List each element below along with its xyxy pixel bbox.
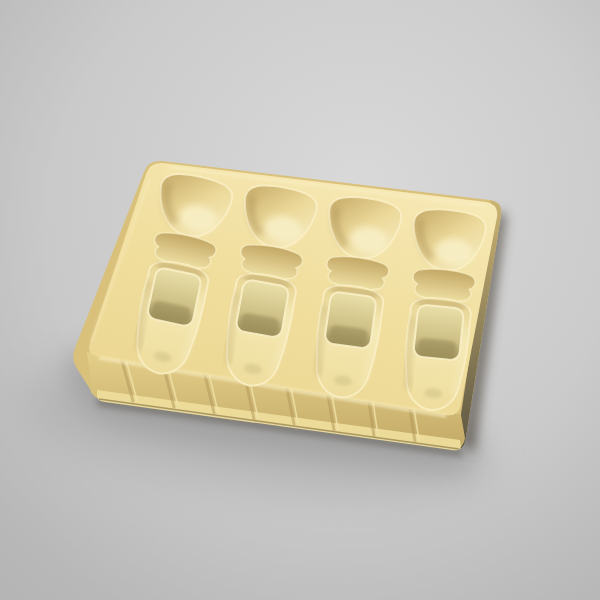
- tray-photo-canvas: [0, 0, 600, 600]
- product-photo: [0, 0, 600, 600]
